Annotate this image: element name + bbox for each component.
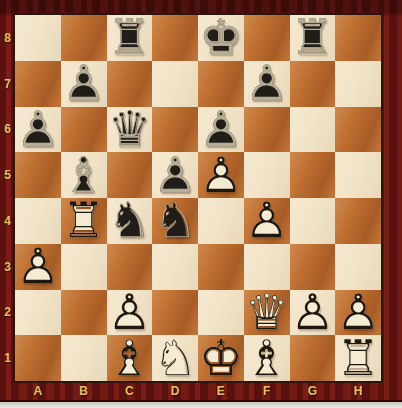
rank-label-6: 6: [0, 107, 15, 153]
square-g5[interactable]: [290, 152, 336, 198]
black-pawn[interactable]: ♟♙: [152, 152, 198, 198]
square-c7[interactable]: [107, 61, 153, 107]
square-e2[interactable]: [198, 290, 244, 336]
white-king[interactable]: ♚♔: [198, 335, 244, 381]
white-bishop-outline: ♗: [107, 334, 151, 383]
black-pawn-outline: ♙: [62, 59, 106, 108]
square-g1[interactable]: [290, 335, 336, 381]
square-f1[interactable]: ♝♗: [244, 335, 290, 381]
square-g4[interactable]: [290, 198, 336, 244]
square-b7[interactable]: ♟♙: [61, 61, 107, 107]
chess-diagram: 87654321 ♜♖♚♔♜♖♟♙♟♙♟♙♛♕♟♙♝♗♟♙♟♙♜♖♞♘♞♘♟♙♟…: [0, 0, 402, 408]
square-c3[interactable]: [107, 244, 153, 290]
square-e4[interactable]: [198, 198, 244, 244]
file-label-d: D: [152, 381, 198, 401]
square-g8[interactable]: ♜♖: [290, 15, 336, 61]
square-d4[interactable]: ♞♘: [152, 198, 198, 244]
black-pawn[interactable]: ♟♙: [61, 61, 107, 107]
square-c6[interactable]: ♛♕: [107, 107, 153, 153]
white-rook[interactable]: ♜♖: [61, 198, 107, 244]
white-pawn-outline: ♙: [16, 242, 60, 291]
square-g7[interactable]: [290, 61, 336, 107]
black-knight-outline: ♘: [107, 196, 151, 245]
square-f6[interactable]: [244, 107, 290, 153]
square-a6[interactable]: ♟♙: [15, 107, 61, 153]
rank-labels: 87654321: [0, 15, 15, 381]
square-h8[interactable]: [335, 15, 381, 61]
square-e6[interactable]: ♟♙: [198, 107, 244, 153]
white-rook[interactable]: ♜♖: [335, 335, 381, 381]
square-f4[interactable]: ♟♙: [244, 198, 290, 244]
square-b6[interactable]: [61, 107, 107, 153]
square-d5[interactable]: ♟♙: [152, 152, 198, 198]
square-d3[interactable]: [152, 244, 198, 290]
square-f7[interactable]: ♟♙: [244, 61, 290, 107]
file-label-b: B: [61, 381, 107, 401]
window-bottom-strip: [0, 402, 402, 408]
square-d7[interactable]: [152, 61, 198, 107]
white-pawn[interactable]: ♟♙: [15, 244, 61, 290]
square-a2[interactable]: [15, 290, 61, 336]
black-bishop[interactable]: ♝♗: [61, 152, 107, 198]
white-knight[interactable]: ♞♘: [152, 335, 198, 381]
black-pawn[interactable]: ♟♙: [198, 107, 244, 153]
black-pawn-outline: ♙: [245, 59, 289, 108]
square-e1[interactable]: ♚♔: [198, 335, 244, 381]
square-e8[interactable]: ♚♔: [198, 15, 244, 61]
white-pawn-outline: ♙: [245, 196, 289, 245]
file-labels: ABCDEFGH: [15, 381, 381, 401]
black-king-outline: ♔: [199, 13, 243, 62]
square-c5[interactable]: [107, 152, 153, 198]
square-b4[interactable]: ♜♖: [61, 198, 107, 244]
white-pawn[interactable]: ♟♙: [107, 290, 153, 336]
square-d2[interactable]: [152, 290, 198, 336]
square-f2[interactable]: ♛♕: [244, 290, 290, 336]
rank-label-7: 7: [0, 61, 15, 107]
square-e3[interactable]: [198, 244, 244, 290]
black-queen-outline: ♕: [107, 105, 151, 154]
square-b5[interactable]: ♝♗: [61, 152, 107, 198]
square-h6[interactable]: [335, 107, 381, 153]
white-pawn[interactable]: ♟♙: [198, 152, 244, 198]
square-d1[interactable]: ♞♘: [152, 335, 198, 381]
square-f8[interactable]: [244, 15, 290, 61]
white-rook-outline: ♖: [336, 334, 380, 383]
file-label-f: F: [244, 381, 290, 401]
square-g6[interactable]: [290, 107, 336, 153]
black-king[interactable]: ♚♔: [198, 15, 244, 61]
file-label-e: E: [198, 381, 244, 401]
square-h3[interactable]: [335, 244, 381, 290]
square-h4[interactable]: [335, 198, 381, 244]
square-b1[interactable]: [61, 335, 107, 381]
rank-label-8: 8: [0, 15, 15, 61]
white-pawn[interactable]: ♟♙: [290, 290, 336, 336]
white-bishop[interactable]: ♝♗: [107, 335, 153, 381]
square-a4[interactable]: [15, 198, 61, 244]
square-f5[interactable]: [244, 152, 290, 198]
square-e7[interactable]: [198, 61, 244, 107]
square-e5[interactable]: ♟♙: [198, 152, 244, 198]
file-label-h: H: [335, 381, 381, 401]
white-bishop-outline: ♗: [245, 334, 289, 383]
square-a7[interactable]: [15, 61, 61, 107]
black-rook-outline: ♖: [107, 13, 151, 62]
square-c1[interactable]: ♝♗: [107, 335, 153, 381]
square-a1[interactable]: [15, 335, 61, 381]
black-rook[interactable]: ♜♖: [107, 15, 153, 61]
square-h5[interactable]: [335, 152, 381, 198]
black-knight[interactable]: ♞♘: [107, 198, 153, 244]
square-f3[interactable]: [244, 244, 290, 290]
black-pawn-outline: ♙: [16, 105, 60, 154]
rank-label-1: 1: [0, 335, 15, 381]
square-c8[interactable]: ♜♖: [107, 15, 153, 61]
white-rook-outline: ♖: [62, 196, 106, 245]
black-pawn[interactable]: ♟♙: [244, 61, 290, 107]
square-d8[interactable]: [152, 15, 198, 61]
rank-label-4: 4: [0, 198, 15, 244]
square-h2[interactable]: ♟♙: [335, 290, 381, 336]
black-rook-outline: ♖: [290, 13, 334, 62]
square-b3[interactable]: [61, 244, 107, 290]
square-c4[interactable]: ♞♘: [107, 198, 153, 244]
chess-board[interactable]: ♜♖♚♔♜♖♟♙♟♙♟♙♛♕♟♙♝♗♟♙♟♙♜♖♞♘♞♘♟♙♟♙♟♙♛♕♟♙♟♙…: [15, 15, 381, 381]
black-knight-outline: ♘: [153, 196, 197, 245]
file-label-a: A: [15, 381, 61, 401]
black-knight[interactable]: ♞♘: [152, 198, 198, 244]
square-a8[interactable]: [15, 15, 61, 61]
white-pawn[interactable]: ♟♙: [244, 198, 290, 244]
square-h1[interactable]: ♜♖: [335, 335, 381, 381]
file-label-g: G: [290, 381, 336, 401]
white-king-outline: ♔: [199, 334, 243, 383]
white-bishop[interactable]: ♝♗: [244, 335, 290, 381]
square-g3[interactable]: [290, 244, 336, 290]
square-c2[interactable]: ♟♙: [107, 290, 153, 336]
white-knight-outline: ♘: [153, 334, 197, 383]
white-pawn-outline: ♙: [199, 151, 243, 200]
black-queen[interactable]: ♛♕: [107, 107, 153, 153]
rank-label-5: 5: [0, 152, 15, 198]
square-g2[interactable]: ♟♙: [290, 290, 336, 336]
black-rook[interactable]: ♜♖: [290, 15, 336, 61]
square-d6[interactable]: [152, 107, 198, 153]
rank-label-3: 3: [0, 244, 15, 290]
square-b8[interactable]: [61, 15, 107, 61]
square-a5[interactable]: [15, 152, 61, 198]
square-a3[interactable]: ♟♙: [15, 244, 61, 290]
black-pawn[interactable]: ♟♙: [15, 107, 61, 153]
square-b2[interactable]: [61, 290, 107, 336]
rank-label-2: 2: [0, 290, 15, 336]
white-pawn-outline: ♙: [290, 288, 334, 337]
white-pawn[interactable]: ♟♙: [335, 290, 381, 336]
white-queen[interactable]: ♛♕: [244, 290, 290, 336]
square-h7[interactable]: [335, 61, 381, 107]
file-label-c: C: [107, 381, 153, 401]
